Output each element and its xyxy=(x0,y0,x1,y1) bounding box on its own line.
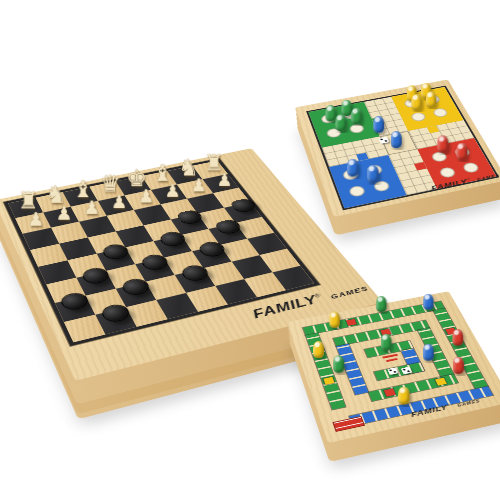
blue-peg[interactable] xyxy=(367,165,379,183)
yellow-peg[interactable] xyxy=(313,341,324,358)
blue-peg[interactable] xyxy=(373,116,384,133)
registered-mark: ® xyxy=(446,402,451,406)
red-peg[interactable] xyxy=(453,357,464,374)
blue-peg[interactable] xyxy=(423,344,434,361)
white-chess-piece[interactable]: ♟ xyxy=(50,203,77,222)
red-peg[interactable] xyxy=(452,329,463,346)
product-photo-stage: ♜♞♝♛♚♝♞♜♟♟♟♟♟♟♟♟ FAMILY® GAMES xyxy=(0,0,500,500)
green-peg[interactable] xyxy=(333,355,344,372)
white-chess-piece[interactable]: ♟ xyxy=(186,175,212,194)
die[interactable] xyxy=(401,367,413,375)
brand-games: GAMES xyxy=(329,285,370,301)
white-chess-piece[interactable]: ♟ xyxy=(22,209,49,229)
white-chess-piece[interactable]: ♟ xyxy=(78,198,105,217)
red-peg[interactable] xyxy=(437,135,448,152)
red-peg[interactable] xyxy=(456,143,467,160)
green-peg[interactable] xyxy=(381,334,392,351)
chess-grid: ♜♞♝♛♚♝♞♜♟♟♟♟♟♟♟♟ xyxy=(4,158,320,346)
blue-peg[interactable] xyxy=(391,131,402,148)
white-chess-piece[interactable]: ♟ xyxy=(212,170,238,189)
blue-peg[interactable] xyxy=(423,294,433,310)
white-chess-piece[interactable]: ♟ xyxy=(159,181,185,200)
white-chess-piece[interactable]: ♟ xyxy=(106,192,133,211)
die[interactable] xyxy=(378,137,389,144)
ludo-board: FAMILY® GAMES xyxy=(295,79,500,217)
white-chess-piece[interactable]: ♟ xyxy=(133,186,160,205)
green-peg[interactable] xyxy=(376,296,386,312)
yellow-peg[interactable] xyxy=(329,311,340,327)
yellow-peg[interactable] xyxy=(398,387,410,405)
blue-peg[interactable] xyxy=(347,159,359,177)
